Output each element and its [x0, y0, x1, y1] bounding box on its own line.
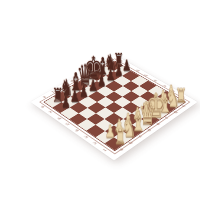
chess-set-product-photo: abcdefgh abcdefgh 87654321 87654321 ♜♞♝♛…	[0, 0, 200, 200]
board-grid: ♜♞♝♛♚♝♞♜♟♟♟♟♟♟♟♟♟♟♟♟♟♟♟♟♜♞♝♛♚♝♞♜	[43, 61, 186, 152]
square-c6	[79, 97, 97, 108]
square-f3	[132, 97, 150, 108]
chess-board: abcdefgh abcdefgh 87654321 87654321 ♜♞♝♛…	[31, 54, 198, 160]
